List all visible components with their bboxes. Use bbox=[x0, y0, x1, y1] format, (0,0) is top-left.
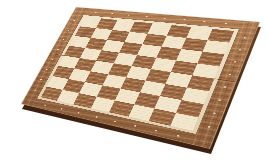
coord-file-e-top bbox=[164, 18, 166, 19]
coord-file-g-top bbox=[203, 21, 206, 22]
coord-file-d-bottom bbox=[95, 116, 97, 118]
coord-rank-3-right bbox=[218, 99, 221, 101]
coord-file-e-bottom bbox=[114, 120, 116, 122]
coord-file-b-bottom bbox=[60, 108, 62, 109]
coord-file-d-top bbox=[145, 16, 147, 17]
coord-file-g-bottom bbox=[155, 130, 158, 132]
coord-rank-1-right bbox=[208, 126, 211, 128]
coord-file-h-top bbox=[224, 23, 227, 24]
coord-file-f-top bbox=[183, 19, 185, 20]
coord-file-f-bottom bbox=[134, 125, 137, 127]
coord-file-c-top bbox=[128, 15, 130, 16]
chess-board bbox=[21, 7, 260, 149]
coord-file-b-top bbox=[111, 13, 113, 14]
chessboard-photo-stage bbox=[0, 0, 267, 161]
coord-file-c-bottom bbox=[77, 112, 79, 114]
coord-file-a-top bbox=[95, 12, 97, 13]
coord-file-a-bottom bbox=[44, 104, 46, 105]
coord-file-h-bottom bbox=[177, 135, 180, 137]
